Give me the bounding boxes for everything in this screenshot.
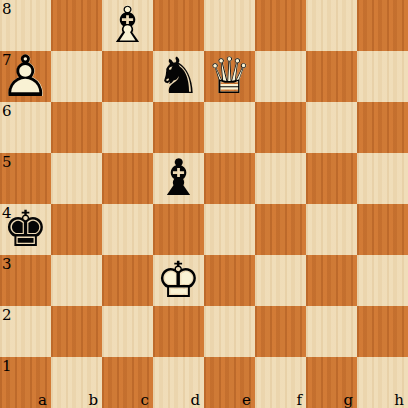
square-b4[interactable] <box>51 204 102 255</box>
white-queen[interactable]: ♛♕ <box>204 51 255 102</box>
square-e4[interactable] <box>204 204 255 255</box>
square-g8[interactable] <box>306 0 357 51</box>
rank-label-1: 1 <box>2 357 12 376</box>
square-a4[interactable]: 4♚ <box>0 204 51 255</box>
square-g7[interactable] <box>306 51 357 102</box>
square-f4[interactable] <box>255 204 306 255</box>
square-e2[interactable] <box>204 306 255 357</box>
rank-label-8: 8 <box>2 0 12 19</box>
chess-diagram: 8♝♗7♟♙♞♛♕65♝4♚3♚♔21abcdefgh <box>0 0 408 408</box>
file-label-c: c <box>141 392 149 408</box>
square-c1[interactable]: c <box>102 357 153 408</box>
file-label-d: d <box>190 392 200 408</box>
square-g4[interactable] <box>306 204 357 255</box>
file-label-g: g <box>343 392 353 408</box>
square-h3[interactable] <box>357 255 408 306</box>
square-f1[interactable]: f <box>255 357 306 408</box>
square-b6[interactable] <box>51 102 102 153</box>
square-g6[interactable] <box>306 102 357 153</box>
white-bishop-glyph: ♗ <box>102 0 153 51</box>
square-a5[interactable]: 5 <box>0 153 51 204</box>
square-c4[interactable] <box>102 204 153 255</box>
square-e6[interactable] <box>204 102 255 153</box>
square-f7[interactable] <box>255 51 306 102</box>
square-f6[interactable] <box>255 102 306 153</box>
square-h8[interactable] <box>357 0 408 51</box>
square-e1[interactable]: e <box>204 357 255 408</box>
square-a3[interactable]: 3 <box>0 255 51 306</box>
file-label-a: a <box>38 392 47 408</box>
square-f2[interactable] <box>255 306 306 357</box>
square-b2[interactable] <box>51 306 102 357</box>
square-b7[interactable] <box>51 51 102 102</box>
black-knight-glyph: ♞ <box>153 51 204 102</box>
square-h1[interactable]: h <box>357 357 408 408</box>
black-knight[interactable]: ♞ <box>153 51 204 102</box>
square-a1[interactable]: 1a <box>0 357 51 408</box>
square-c3[interactable] <box>102 255 153 306</box>
square-c2[interactable] <box>102 306 153 357</box>
square-g5[interactable] <box>306 153 357 204</box>
square-e5[interactable] <box>204 153 255 204</box>
square-d3[interactable]: ♚♔ <box>153 255 204 306</box>
square-c7[interactable] <box>102 51 153 102</box>
square-a7[interactable]: 7♟♙ <box>0 51 51 102</box>
square-d6[interactable] <box>153 102 204 153</box>
file-label-h: h <box>394 392 404 408</box>
square-d7[interactable]: ♞ <box>153 51 204 102</box>
rank-label-2: 2 <box>2 306 12 325</box>
square-g3[interactable] <box>306 255 357 306</box>
square-f3[interactable] <box>255 255 306 306</box>
square-h2[interactable] <box>357 306 408 357</box>
square-d4[interactable] <box>153 204 204 255</box>
file-label-f: f <box>296 392 302 408</box>
file-label-b: b <box>88 392 98 408</box>
rank-label-3: 3 <box>2 255 12 274</box>
rank-label-5: 5 <box>2 153 12 172</box>
square-h5[interactable] <box>357 153 408 204</box>
square-e8[interactable] <box>204 0 255 51</box>
white-king[interactable]: ♚♔ <box>153 255 204 306</box>
square-b3[interactable] <box>51 255 102 306</box>
square-a2[interactable]: 2 <box>0 306 51 357</box>
square-h6[interactable] <box>357 102 408 153</box>
square-h4[interactable] <box>357 204 408 255</box>
square-d5[interactable]: ♝ <box>153 153 204 204</box>
square-c5[interactable] <box>102 153 153 204</box>
square-b5[interactable] <box>51 153 102 204</box>
white-king-glyph: ♔ <box>153 255 204 306</box>
square-d8[interactable] <box>153 0 204 51</box>
square-e7[interactable]: ♛♕ <box>204 51 255 102</box>
black-bishop-glyph: ♝ <box>153 153 204 204</box>
square-c6[interactable] <box>102 102 153 153</box>
square-c8[interactable]: ♝♗ <box>102 0 153 51</box>
square-f5[interactable] <box>255 153 306 204</box>
white-queen-glyph: ♕ <box>204 51 255 102</box>
rank-label-6: 6 <box>2 102 12 121</box>
white-bishop[interactable]: ♝♗ <box>102 0 153 51</box>
rank-label-4: 4 <box>2 204 12 223</box>
black-bishop[interactable]: ♝ <box>153 153 204 204</box>
square-b1[interactable]: b <box>51 357 102 408</box>
square-b8[interactable] <box>51 0 102 51</box>
rank-label-7: 7 <box>2 51 12 70</box>
square-d2[interactable] <box>153 306 204 357</box>
file-label-e: e <box>242 392 251 408</box>
square-d1[interactable]: d <box>153 357 204 408</box>
chess-board: 8♝♗7♟♙♞♛♕65♝4♚3♚♔21abcdefgh <box>0 0 408 408</box>
square-g2[interactable] <box>306 306 357 357</box>
square-g1[interactable]: g <box>306 357 357 408</box>
square-a6[interactable]: 6 <box>0 102 51 153</box>
square-h7[interactable] <box>357 51 408 102</box>
square-f8[interactable] <box>255 0 306 51</box>
square-e3[interactable] <box>204 255 255 306</box>
